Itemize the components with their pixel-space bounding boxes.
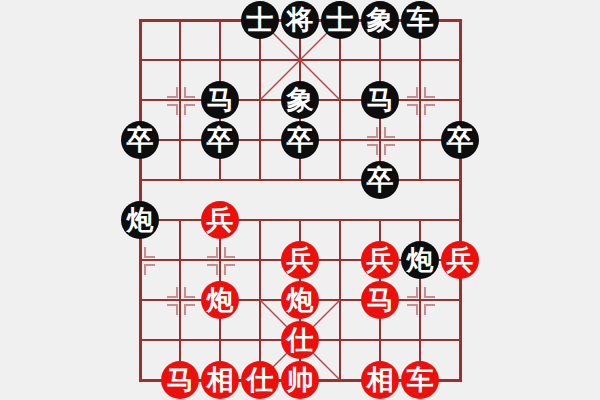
piece-red-horse[interactable]: 马 [361, 281, 399, 319]
piece-red-advisor[interactable]: 仕 [281, 321, 319, 359]
piece-red-soldier[interactable]: 兵 [281, 241, 319, 279]
piece-black-soldier[interactable]: 卒 [361, 161, 399, 199]
piece-red-soldier[interactable]: 兵 [201, 201, 239, 239]
piece-black-elephant[interactable]: 象 [361, 1, 399, 39]
piece-red-general[interactable]: 帅 [281, 361, 319, 399]
piece-black-cannon[interactable]: 炮 [121, 201, 159, 239]
piece-red-advisor[interactable]: 仕 [241, 361, 279, 399]
piece-black-advisor[interactable]: 士 [321, 1, 359, 39]
piece-black-cannon[interactable]: 炮 [401, 241, 439, 279]
pieces-layer[interactable]: 士将士象车马象马卒卒卒卒卒炮兵兵兵炮兵炮炮马仕马相仕帅相车 [120, 0, 480, 400]
piece-red-elephant[interactable]: 相 [361, 361, 399, 399]
piece-black-chariot[interactable]: 车 [401, 1, 439, 39]
piece-red-chariot[interactable]: 车 [401, 361, 439, 399]
piece-red-cannon[interactable]: 炮 [201, 281, 239, 319]
piece-red-soldier[interactable]: 兵 [441, 241, 479, 279]
piece-black-advisor[interactable]: 士 [241, 1, 279, 39]
piece-black-soldier[interactable]: 卒 [121, 121, 159, 159]
piece-black-soldier[interactable]: 卒 [441, 121, 479, 159]
piece-red-horse[interactable]: 马 [161, 361, 199, 399]
piece-red-elephant[interactable]: 相 [201, 361, 239, 399]
piece-red-cannon[interactable]: 炮 [281, 281, 319, 319]
xiangqi-board[interactable]: 士将士象车马象马卒卒卒卒卒炮兵兵兵炮兵炮炮马仕马相仕帅相车 [0, 0, 600, 400]
piece-black-horse[interactable]: 马 [201, 81, 239, 119]
piece-black-soldier[interactable]: 卒 [201, 121, 239, 159]
piece-red-soldier[interactable]: 兵 [361, 241, 399, 279]
piece-black-elephant[interactable]: 象 [281, 81, 319, 119]
piece-black-soldier[interactable]: 卒 [281, 121, 319, 159]
piece-black-general[interactable]: 将 [281, 1, 319, 39]
piece-black-horse[interactable]: 马 [361, 81, 399, 119]
